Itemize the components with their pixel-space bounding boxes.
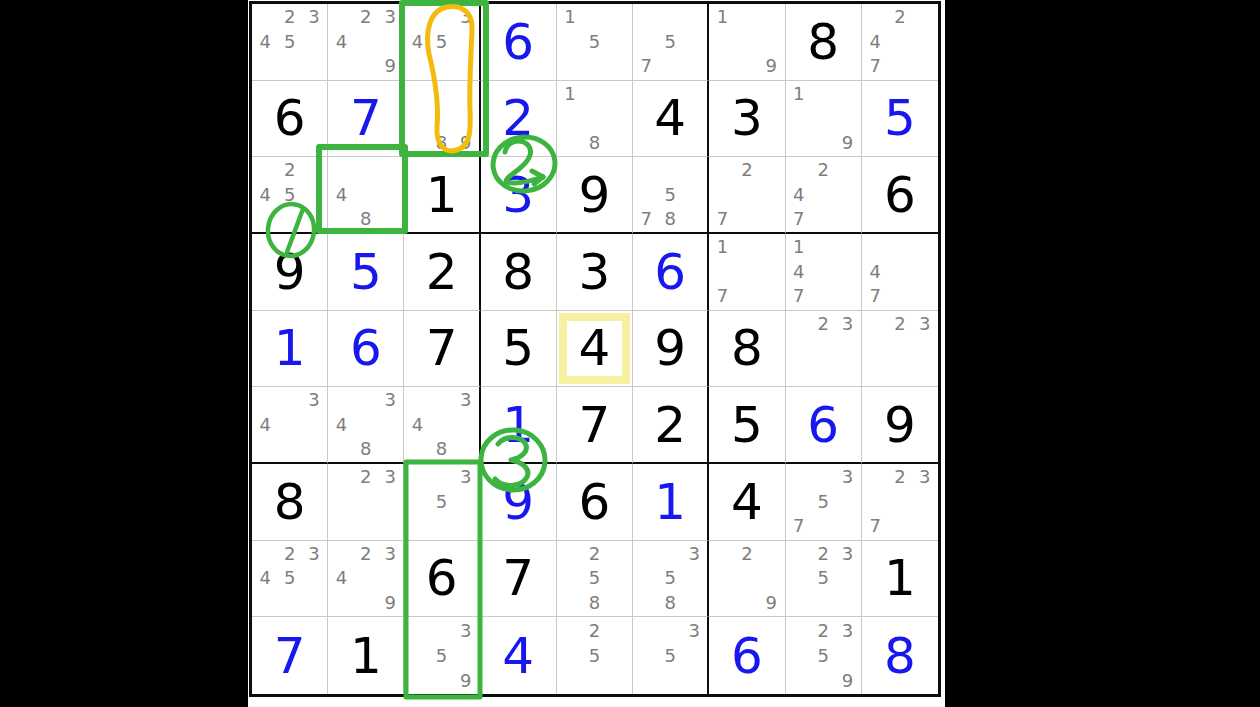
user-digit: 8 [862,617,938,694]
sudoku-board: 2345234934561557198247678921843195245481… [249,1,941,697]
cell-r7c9[interactable]: 237 [862,464,938,541]
user-digit: 9 [481,464,556,540]
given-digit: 6 [404,541,478,617]
given-digit: 6 [862,157,938,232]
cell-r8c4[interactable]: 7 [481,541,557,618]
candidate-digit: 1 [558,82,582,107]
given-digit: 5 [709,387,784,462]
candidate-digit: 5 [582,566,606,591]
given-digit: 7 [481,541,556,617]
candidate-digit: 4 [863,260,888,285]
given-digit: 7 [404,311,478,387]
cell-r8c6[interactable]: 358 [633,541,709,618]
cell-r6c7[interactable]: 5 [709,387,785,464]
cell-r3c9[interactable]: 6 [862,157,938,234]
candidate-digit: 3 [302,388,326,412]
cell-r6c4[interactable]: 1 [481,387,557,464]
cell-r5c2[interactable]: 6 [328,311,404,388]
given-digit: 4 [633,81,707,157]
pencil-marks: 348 [405,388,477,461]
given-digit: 9 [862,387,938,462]
pencil-marks: 25 [558,618,631,693]
cell-r9c5[interactable]: 25 [557,617,633,694]
pencil-marks: 48 [329,158,402,231]
given-digit: 3 [709,81,784,157]
cell-r4c3[interactable]: 2 [404,234,480,311]
candidate-digit: 5 [277,30,301,55]
candidate-digit: 9 [835,131,859,156]
candidate-digit: 2 [582,542,606,567]
candidate-digit: 8 [582,591,606,616]
candidate-digit: 5 [811,490,835,515]
given-digit: 8 [481,234,556,310]
pencil-marks: 19 [710,5,783,79]
cell-r2c9[interactable]: 5 [862,81,938,158]
cell-r9c3[interactable]: 359 [404,617,480,694]
candidate-digit: 4 [253,183,277,207]
pencil-marks: 18 [558,82,631,156]
candidate-digit: 9 [759,591,783,616]
cell-r8c8[interactable]: 235 [786,541,862,618]
pencil-marks: 35 [405,465,477,539]
pencil-marks: 29 [710,542,783,616]
cell-r2c1[interactable]: 6 [252,81,328,158]
cell-r9c2[interactable]: 1 [328,617,404,694]
candidate-digit: 4 [863,30,888,55]
given-digit: 7 [557,387,632,462]
cell-r9c7[interactable]: 6 [709,617,785,694]
cell-r7c3[interactable]: 35 [404,464,480,541]
candidate-digit: 2 [582,618,606,643]
given-digit: 1 [328,617,403,694]
pencil-marks: 23 [329,465,402,539]
user-digit: 1 [252,311,327,387]
pencil-marks: 348 [329,388,402,461]
cell-r6c8[interactable]: 6 [786,387,862,464]
candidate-digit: 3 [835,312,859,337]
cell-r7c2[interactable]: 23 [328,464,404,541]
candidate-digit: 4 [253,566,277,591]
candidate-digit: 9 [759,54,783,79]
cell-r5c1[interactable]: 1 [252,311,328,388]
candidate-digit: 3 [454,5,478,30]
candidate-digit: 7 [863,54,888,79]
candidate-digit: 8 [430,437,454,461]
sudoku-grid: 2345234934561557198247678921843195245481… [252,4,938,694]
cell-r5c7[interactable]: 8 [709,311,785,388]
candidate-digit: 5 [658,566,682,591]
candidate-digit: 2 [354,5,378,30]
pencil-marks: 2349 [329,542,402,616]
candidate-digit: 4 [329,183,353,207]
cell-r2c3[interactable]: 89 [404,81,480,158]
candidate-digit: 1 [787,82,811,107]
pencil-marks: 34 [253,388,326,461]
given-digit: 5 [481,311,556,387]
candidate-digit: 7 [634,54,658,79]
candidate-digit: 4 [405,413,429,437]
cell-r3c6[interactable]: 578 [633,157,709,234]
candidate-digit: 7 [787,514,811,539]
cell-r4c9[interactable]: 47 [862,234,938,311]
candidate-digit: 3 [378,388,402,412]
candidate-digit: 5 [658,643,682,668]
candidate-digit: 7 [787,284,811,309]
cell-r7c5[interactable]: 6 [557,464,633,541]
candidate-digit: 4 [329,566,353,591]
cell-r3c3[interactable]: 1 [404,157,480,234]
cell-r6c9[interactable]: 9 [862,387,938,464]
cell-r6c3[interactable]: 348 [404,387,480,464]
given-digit: 9 [252,234,327,310]
candidate-digit: 4 [329,413,353,437]
cell-r1c1[interactable]: 2345 [252,4,328,81]
pencil-marks: 47 [863,235,937,309]
candidate-digit: 7 [710,207,734,231]
given-digit: 2 [404,234,478,310]
candidate-digit: 3 [912,312,937,337]
cell-r6c1[interactable]: 34 [252,387,328,464]
pencil-marks: 235 [787,542,860,616]
cell-r6c2[interactable]: 348 [328,387,404,464]
candidate-digit: 5 [582,30,606,55]
candidate-digit: 2 [735,542,759,567]
cell-r8c1[interactable]: 2345 [252,541,328,618]
candidate-digit: 5 [430,490,454,515]
candidate-digit: 2 [277,542,301,567]
user-digit: 2 [481,81,556,157]
candidate-digit: 5 [658,30,682,55]
pencil-marks: 23 [863,312,937,386]
candidate-digit: 3 [454,465,478,490]
given-digit: 6 [557,464,632,540]
candidate-digit: 3 [682,542,706,567]
pencil-marks: 358 [634,542,706,616]
cell-r8c9[interactable]: 1 [862,541,938,618]
cell-r2c2[interactable]: 7 [328,81,404,158]
candidate-digit: 8 [354,437,378,461]
cell-r8c5[interactable]: 258 [557,541,633,618]
cell-r4c2[interactable]: 5 [328,234,404,311]
user-digit: 7 [252,617,327,694]
candidate-digit: 5 [277,183,301,207]
candidate-digit: 3 [302,5,326,30]
cell-r1c8[interactable]: 8 [786,4,862,81]
cell-r7c1[interactable]: 8 [252,464,328,541]
candidate-digit: 2 [811,158,835,182]
cell-r3c5[interactable]: 9 [557,157,633,234]
cell-r4c1[interactable]: 9 [252,234,328,311]
cell-r7c8[interactable]: 357 [786,464,862,541]
given-digit: 3 [557,234,632,310]
candidate-digit: 8 [354,207,378,231]
cell-r2c4[interactable]: 2 [481,81,557,158]
given-digit: 1 [862,541,938,617]
candidate-digit: 1 [787,235,811,260]
candidate-digit: 5 [811,643,835,668]
pencil-marks: 57 [634,5,706,79]
cell-r5c4[interactable]: 5 [481,311,557,388]
pencil-marks: 237 [863,465,937,539]
user-digit: 1 [481,387,556,462]
candidate-digit: 7 [863,514,888,539]
cell-r1c2[interactable]: 2349 [328,4,404,81]
candidate-digit: 2 [811,542,835,567]
candidate-digit: 3 [835,618,859,643]
candidate-digit: 3 [835,465,859,490]
user-digit: 5 [862,81,938,157]
candidate-digit: 7 [863,284,888,309]
candidate-digit: 3 [454,388,478,412]
user-digit: 4 [481,617,556,694]
cell-r2c6[interactable]: 4 [633,81,709,158]
candidate-digit: 2 [277,5,301,30]
pencil-marks: 2349 [329,5,402,79]
candidate-digit: 2 [888,5,913,30]
cell-r5c9[interactable]: 23 [862,311,938,388]
candidate-digit: 8 [658,207,682,231]
cell-r3c8[interactable]: 247 [786,157,862,234]
candidate-digit: 1 [710,235,734,260]
pencil-marks: 2345 [253,5,326,79]
cell-r4c5[interactable]: 3 [557,234,633,311]
candidate-digit: 9 [378,54,402,79]
pencil-marks: 345 [405,5,477,79]
candidate-digit: 9 [378,591,402,616]
candidate-digit: 7 [787,207,811,231]
cell-r7c4[interactable]: 9 [481,464,557,541]
cell-r1c4[interactable]: 6 [481,4,557,81]
cell-r9c8[interactable]: 2359 [786,617,862,694]
candidate-digit: 4 [253,30,277,55]
candidate-digit: 4 [405,30,429,55]
cell-r1c9[interactable]: 247 [862,4,938,81]
pencil-marks: 15 [558,5,631,79]
sudoku-panel: 2345234934561557198247678921843195245481… [248,0,945,707]
cell-r4c8[interactable]: 147 [786,234,862,311]
candidate-digit: 5 [430,30,454,55]
user-digit: 1 [633,464,707,540]
candidate-digit: 3 [912,465,937,490]
candidate-digit: 8 [582,131,606,156]
candidate-digit: 5 [811,566,835,591]
cell-r4c7[interactable]: 17 [709,234,785,311]
user-digit: 5 [328,234,403,310]
candidate-digit: 4 [787,183,811,207]
cell-r5c8[interactable]: 23 [786,311,862,388]
cell-r2c7[interactable]: 3 [709,81,785,158]
cell-r8c2[interactable]: 2349 [328,541,404,618]
pencil-marks: 2345 [253,542,326,616]
pencil-marks: 247 [787,158,860,231]
cell-r8c3[interactable]: 6 [404,541,480,618]
cell-r3c2[interactable]: 48 [328,157,404,234]
given-digit: 9 [633,311,707,387]
candidate-digit: 7 [634,207,658,231]
pencil-marks: 2359 [787,618,860,693]
candidate-digit: 3 [378,5,402,30]
user-digit: 6 [709,617,784,694]
given-digit: 6 [252,81,327,157]
user-digit: 3 [481,157,556,232]
user-digit: 7 [328,81,403,157]
pencil-marks: 89 [405,82,477,156]
user-digit: 6 [786,387,861,462]
cell-r7c7[interactable]: 4 [709,464,785,541]
given-digit: 1 [404,157,478,232]
cell-r5c5[interactable]: 4 [557,311,633,388]
cell-r1c6[interactable]: 57 [633,4,709,81]
cell-r3c7[interactable]: 27 [709,157,785,234]
given-digit: 8 [252,464,327,540]
candidate-digit: 1 [710,5,734,30]
cell-r1c3[interactable]: 345 [404,4,480,81]
candidate-digit: 8 [658,591,682,616]
candidate-digit: 2 [888,465,913,490]
candidate-digit: 5 [430,643,454,668]
cell-r3c1[interactable]: 245 [252,157,328,234]
cell-r2c5[interactable]: 18 [557,81,633,158]
pencil-marks: 578 [634,158,706,231]
cell-r5c6[interactable]: 9 [633,311,709,388]
cell-r5c3[interactable]: 7 [404,311,480,388]
pencil-marks: 359 [405,618,477,693]
cell-r7c6[interactable]: 1 [633,464,709,541]
candidate-digit: 3 [378,465,402,490]
candidate-digit: 1 [558,5,582,30]
candidate-digit: 2 [277,158,301,182]
given-digit: 8 [786,4,861,80]
candidate-digit: 7 [710,284,734,309]
given-digit: 9 [557,157,632,232]
candidate-digit: 4 [787,260,811,285]
candidate-digit: 9 [835,668,859,693]
pencil-marks: 35 [634,618,706,693]
candidate-digit: 3 [302,542,326,567]
candidate-digit: 2 [735,158,759,182]
cell-r3c4[interactable]: 3 [481,157,557,234]
pencil-marks: 245 [253,158,326,231]
given-digit: 8 [709,311,784,387]
pencil-marks: 247 [863,5,937,79]
pencil-marks: 27 [710,158,783,231]
cell-r4c4[interactable]: 8 [481,234,557,311]
cell-r6c6[interactable]: 2 [633,387,709,464]
candidate-digit: 9 [454,668,478,693]
cell-r2c8[interactable]: 19 [786,81,862,158]
given-digit: 4 [709,464,784,540]
user-digit: 6 [328,311,403,387]
pencil-marks: 357 [787,465,860,539]
cell-r6c5[interactable]: 7 [557,387,633,464]
candidate-digit: 8 [430,131,454,156]
cell-r9c9[interactable]: 8 [862,617,938,694]
given-digit: 2 [633,387,707,462]
candidate-digit: 2 [354,542,378,567]
cell-r9c4[interactable]: 4 [481,617,557,694]
candidate-digit: 2 [811,312,835,337]
candidate-digit: 3 [378,542,402,567]
pencil-marks: 19 [787,82,860,156]
cell-r1c7[interactable]: 19 [709,4,785,81]
candidate-digit: 5 [277,566,301,591]
cell-r9c1[interactable]: 7 [252,617,328,694]
cell-r8c7[interactable]: 29 [709,541,785,618]
candidate-digit: 5 [582,643,606,668]
candidate-digit: 2 [354,465,378,490]
given-digit: 4 [557,311,632,387]
cell-r4c6[interactable]: 6 [633,234,709,311]
user-digit: 6 [633,234,707,310]
candidate-digit: 4 [253,413,277,437]
pencil-marks: 258 [558,542,631,616]
candidate-digit: 4 [329,30,353,55]
user-digit: 6 [481,4,556,80]
candidate-digit: 3 [454,618,478,643]
candidate-digit: 2 [811,618,835,643]
cell-r9c6[interactable]: 35 [633,617,709,694]
candidate-digit: 2 [888,312,913,337]
pencil-marks: 17 [710,235,783,309]
candidate-digit: 3 [682,618,706,643]
cell-r1c5[interactable]: 15 [557,4,633,81]
pencil-marks: 147 [787,235,860,309]
candidate-digit: 3 [835,542,859,567]
candidate-digit: 5 [658,183,682,207]
candidate-digit: 9 [454,131,478,156]
pencil-marks: 23 [787,312,860,386]
